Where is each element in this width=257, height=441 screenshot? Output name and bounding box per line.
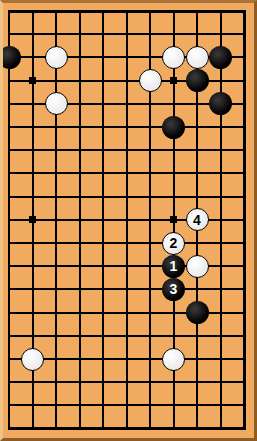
stone-black-j17 xyxy=(0,46,21,69)
stone-white-k4 xyxy=(21,348,44,371)
stone-white-r10: 4 xyxy=(186,208,209,231)
star-point-k16 xyxy=(29,77,36,84)
board-bottom-edge-line xyxy=(8,427,246,430)
grid-hline xyxy=(8,312,246,314)
stone-black-q14 xyxy=(162,116,185,139)
stone-white-r8 xyxy=(186,255,209,278)
star-point-q16 xyxy=(170,77,177,84)
move-number-label: 3 xyxy=(170,282,178,296)
grid-hline xyxy=(8,33,246,35)
grid-hline xyxy=(8,404,246,406)
grid-hline xyxy=(8,196,246,198)
stone-white-q17 xyxy=(162,46,185,69)
grid-hline xyxy=(8,381,246,383)
go-board-diagram: 4213 xyxy=(0,0,257,441)
move-number-label: 1 xyxy=(170,259,178,273)
grid-hline xyxy=(8,80,246,82)
stone-white-r17 xyxy=(186,46,209,69)
stone-white-p16 xyxy=(139,69,162,92)
grid-hline xyxy=(8,219,246,221)
stone-black-q7: 3 xyxy=(162,278,185,301)
board-top-edge-line xyxy=(8,10,246,13)
stone-black-s17 xyxy=(209,46,232,69)
grid-hline xyxy=(8,242,246,244)
stone-black-q8: 1 xyxy=(162,255,185,278)
stone-white-q9: 2 xyxy=(162,232,185,255)
grid-hline xyxy=(8,149,246,151)
stone-white-l17 xyxy=(45,46,68,69)
grid-hline xyxy=(8,265,246,267)
grid-hline xyxy=(8,172,246,174)
stone-white-l15 xyxy=(45,92,68,115)
move-number-label: 2 xyxy=(170,236,178,250)
grid-hline xyxy=(8,288,246,290)
stone-black-r16 xyxy=(186,69,209,92)
grid-hline xyxy=(8,126,246,128)
star-point-q10 xyxy=(170,216,177,223)
grid-hline xyxy=(8,335,246,337)
stone-white-q4 xyxy=(162,348,185,371)
move-number-label: 4 xyxy=(193,213,201,227)
stone-black-s15 xyxy=(209,92,232,115)
star-point-k10 xyxy=(29,216,36,223)
stone-black-r6 xyxy=(186,301,209,324)
